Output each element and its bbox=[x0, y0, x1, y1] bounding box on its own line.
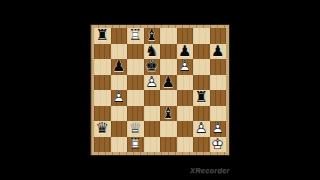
square-b3[interactable] bbox=[111, 106, 128, 122]
square-b2[interactable] bbox=[111, 121, 128, 137]
white-king-piece: ♚♔ bbox=[210, 137, 227, 153]
square-f6[interactable]: ♟♙ bbox=[177, 59, 194, 75]
square-h6[interactable] bbox=[210, 59, 227, 75]
square-d6[interactable]: ♚ bbox=[144, 59, 161, 75]
square-h1[interactable]: ♚♔ bbox=[210, 137, 227, 153]
square-d7[interactable]: ♞ bbox=[144, 44, 161, 60]
square-h3[interactable] bbox=[210, 106, 227, 122]
black-bishop-piece: ♝ bbox=[160, 106, 177, 122]
square-a1[interactable] bbox=[94, 137, 111, 153]
square-a8[interactable]: ♜ bbox=[94, 28, 111, 44]
square-g4[interactable]: ♜ bbox=[193, 90, 210, 106]
square-f3[interactable] bbox=[177, 106, 194, 122]
white-pawn-piece: ♟♙ bbox=[177, 59, 194, 75]
square-e2[interactable] bbox=[160, 121, 177, 137]
square-c1[interactable]: ♜♖ bbox=[127, 137, 144, 153]
square-f7[interactable]: ♟ bbox=[177, 44, 194, 60]
square-b8[interactable] bbox=[111, 28, 128, 44]
square-e5[interactable]: ♟ bbox=[160, 75, 177, 91]
board-grid: ♜♜♖♝♞♟♟♟♚♟♙♟♙♟♟♙♜♝♛♛♕♟♙♟♙♜♖♚♔ bbox=[94, 28, 226, 152]
screen-recording-frame: ♜♜♖♝♞♟♟♟♚♟♙♟♙♟♟♙♜♝♛♛♕♟♙♟♙♜♖♚♔ XRecorder bbox=[0, 0, 320, 180]
white-pawn-piece: ♟♙ bbox=[111, 90, 128, 106]
white-pawn-piece: ♟♙ bbox=[144, 75, 161, 91]
square-f1[interactable] bbox=[177, 137, 194, 153]
square-d5[interactable]: ♟♙ bbox=[144, 75, 161, 91]
square-d8[interactable]: ♝ bbox=[144, 28, 161, 44]
square-a5[interactable] bbox=[94, 75, 111, 91]
square-d3[interactable] bbox=[144, 106, 161, 122]
square-b1[interactable] bbox=[111, 137, 128, 153]
xrecorder-watermark: XRecorder bbox=[190, 166, 230, 175]
square-f5[interactable] bbox=[177, 75, 194, 91]
square-g3[interactable] bbox=[193, 106, 210, 122]
white-rook-piece: ♜♖ bbox=[127, 28, 144, 44]
square-c8[interactable]: ♜♖ bbox=[127, 28, 144, 44]
square-c7[interactable] bbox=[127, 44, 144, 60]
black-rook-piece: ♜ bbox=[193, 90, 210, 106]
black-knight-piece: ♞ bbox=[144, 44, 161, 60]
square-d4[interactable] bbox=[144, 90, 161, 106]
black-rook-piece: ♜ bbox=[94, 28, 111, 44]
square-e6[interactable] bbox=[160, 59, 177, 75]
square-e7[interactable] bbox=[160, 44, 177, 60]
white-queen-piece: ♛♕ bbox=[127, 121, 144, 137]
square-g7[interactable] bbox=[193, 44, 210, 60]
black-pawn-piece: ♟ bbox=[160, 75, 177, 91]
square-g2[interactable]: ♟♙ bbox=[193, 121, 210, 137]
square-e1[interactable] bbox=[160, 137, 177, 153]
square-g1[interactable] bbox=[193, 137, 210, 153]
square-g6[interactable] bbox=[193, 59, 210, 75]
square-a7[interactable] bbox=[94, 44, 111, 60]
black-pawn-piece: ♟ bbox=[111, 59, 128, 75]
chess-board: ♜♜♖♝♞♟♟♟♚♟♙♟♙♟♟♙♜♝♛♛♕♟♙♟♙♜♖♚♔ bbox=[90, 24, 230, 156]
square-h2[interactable]: ♟♙ bbox=[210, 121, 227, 137]
white-rook-piece: ♜♖ bbox=[127, 137, 144, 153]
square-e4[interactable] bbox=[160, 90, 177, 106]
square-f2[interactable] bbox=[177, 121, 194, 137]
square-c3[interactable] bbox=[127, 106, 144, 122]
square-e3[interactable]: ♝ bbox=[160, 106, 177, 122]
square-d2[interactable] bbox=[144, 121, 161, 137]
white-pawn-piece: ♟♙ bbox=[193, 121, 210, 137]
square-g8[interactable] bbox=[193, 28, 210, 44]
square-a4[interactable] bbox=[94, 90, 111, 106]
black-pawn-piece: ♟ bbox=[210, 44, 227, 60]
black-queen-piece: ♛ bbox=[94, 121, 111, 137]
square-d1[interactable] bbox=[144, 137, 161, 153]
black-bishop-piece: ♝ bbox=[144, 28, 161, 44]
square-e8[interactable] bbox=[160, 28, 177, 44]
black-king-piece: ♚ bbox=[144, 59, 161, 75]
square-g5[interactable] bbox=[193, 75, 210, 91]
square-b7[interactable] bbox=[111, 44, 128, 60]
square-b4[interactable]: ♟♙ bbox=[111, 90, 128, 106]
white-pawn-piece: ♟♙ bbox=[210, 121, 227, 137]
square-a2[interactable]: ♛ bbox=[94, 121, 111, 137]
square-f4[interactable] bbox=[177, 90, 194, 106]
square-a6[interactable] bbox=[94, 59, 111, 75]
square-c4[interactable] bbox=[127, 90, 144, 106]
square-h7[interactable]: ♟ bbox=[210, 44, 227, 60]
square-h8[interactable] bbox=[210, 28, 227, 44]
square-f8[interactable] bbox=[177, 28, 194, 44]
square-c5[interactable] bbox=[127, 75, 144, 91]
square-c2[interactable]: ♛♕ bbox=[127, 121, 144, 137]
square-h4[interactable] bbox=[210, 90, 227, 106]
square-h5[interactable] bbox=[210, 75, 227, 91]
square-a3[interactable] bbox=[94, 106, 111, 122]
black-pawn-piece: ♟ bbox=[177, 44, 194, 60]
square-b6[interactable]: ♟ bbox=[111, 59, 128, 75]
square-b5[interactable] bbox=[111, 75, 128, 91]
square-c6[interactable] bbox=[127, 59, 144, 75]
